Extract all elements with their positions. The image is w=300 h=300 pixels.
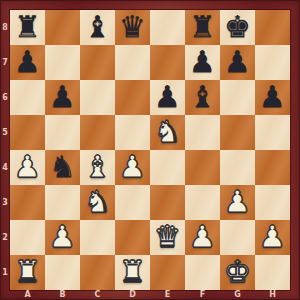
- square-f3[interactable]: [185, 185, 220, 220]
- square-b3[interactable]: [45, 185, 80, 220]
- square-d5[interactable]: [115, 115, 150, 150]
- square-a7[interactable]: ♟: [10, 45, 45, 80]
- square-c2[interactable]: [80, 220, 115, 255]
- square-g1[interactable]: ♚: [220, 255, 255, 290]
- square-h7[interactable]: [255, 45, 290, 80]
- piece-white-bishop[interactable]: ♝: [84, 150, 111, 184]
- square-d2[interactable]: [115, 220, 150, 255]
- piece-black-pawn[interactable]: ♟: [14, 45, 41, 79]
- square-c7[interactable]: [80, 45, 115, 80]
- square-d4[interactable]: ♟: [115, 150, 150, 185]
- square-d3[interactable]: [115, 185, 150, 220]
- square-a8[interactable]: ♜: [10, 10, 45, 45]
- square-g3[interactable]: ♟: [220, 185, 255, 220]
- piece-black-king[interactable]: ♚: [224, 10, 251, 44]
- piece-white-knight[interactable]: ♞: [84, 185, 111, 219]
- square-b1[interactable]: [45, 255, 80, 290]
- rank-label-5: 5: [0, 115, 10, 150]
- piece-black-bishop[interactable]: ♝: [189, 80, 216, 114]
- rank-label-3: 3: [0, 185, 10, 220]
- square-c3[interactable]: ♞: [80, 185, 115, 220]
- square-f8[interactable]: ♜: [185, 10, 220, 45]
- piece-white-knight[interactable]: ♞: [154, 115, 181, 149]
- square-e8[interactable]: [150, 10, 185, 45]
- square-b6[interactable]: ♟: [45, 80, 80, 115]
- square-c6[interactable]: [80, 80, 115, 115]
- file-label-e: E: [150, 290, 185, 300]
- piece-white-pawn[interactable]: ♟: [189, 220, 216, 254]
- square-h3[interactable]: [255, 185, 290, 220]
- square-f6[interactable]: ♝: [185, 80, 220, 115]
- square-f5[interactable]: [185, 115, 220, 150]
- piece-black-rook[interactable]: ♜: [14, 10, 41, 44]
- file-label-c: C: [80, 290, 115, 300]
- piece-white-queen[interactable]: ♛: [154, 220, 181, 254]
- square-e3[interactable]: [150, 185, 185, 220]
- square-d7[interactable]: [115, 45, 150, 80]
- square-d1[interactable]: ♜: [115, 255, 150, 290]
- piece-white-king[interactable]: ♚: [224, 255, 251, 289]
- piece-white-rook[interactable]: ♜: [14, 255, 41, 289]
- piece-white-pawn[interactable]: ♟: [259, 220, 286, 254]
- square-h2[interactable]: ♟: [255, 220, 290, 255]
- square-e2[interactable]: ♛: [150, 220, 185, 255]
- square-b8[interactable]: [45, 10, 80, 45]
- square-g8[interactable]: ♚: [220, 10, 255, 45]
- piece-black-pawn[interactable]: ♟: [259, 80, 286, 114]
- square-f1[interactable]: [185, 255, 220, 290]
- square-a2[interactable]: [10, 220, 45, 255]
- square-h8[interactable]: [255, 10, 290, 45]
- piece-white-pawn[interactable]: ♟: [14, 150, 41, 184]
- square-c4[interactable]: ♝: [80, 150, 115, 185]
- file-label-f: F: [185, 290, 220, 300]
- file-label-a: A: [10, 290, 45, 300]
- chess-board: ♜♝♛♜♚♟♟♟♟♟♝♟♞♟♞♝♟♞♟♟♛♟♟♜♜♚: [10, 10, 290, 290]
- square-e1[interactable]: [150, 255, 185, 290]
- square-g4[interactable]: [220, 150, 255, 185]
- square-b7[interactable]: [45, 45, 80, 80]
- chess-diagram: ♜♝♛♜♚♟♟♟♟♟♝♟♞♟♞♝♟♞♟♟♛♟♟♜♜♚ 87654321 ABCD…: [0, 0, 300, 300]
- piece-black-knight[interactable]: ♞: [49, 150, 76, 184]
- square-g2[interactable]: [220, 220, 255, 255]
- piece-black-rook[interactable]: ♜: [189, 10, 216, 44]
- file-label-d: D: [115, 290, 150, 300]
- square-c8[interactable]: ♝: [80, 10, 115, 45]
- rank-labels: 87654321: [0, 10, 10, 290]
- rank-label-8: 8: [0, 10, 10, 45]
- square-a6[interactable]: [10, 80, 45, 115]
- piece-black-pawn[interactable]: ♟: [224, 45, 251, 79]
- file-label-b: B: [45, 290, 80, 300]
- piece-white-pawn[interactable]: ♟: [224, 185, 251, 219]
- piece-black-queen[interactable]: ♛: [119, 10, 146, 44]
- file-label-h: H: [255, 290, 290, 300]
- square-a4[interactable]: ♟: [10, 150, 45, 185]
- square-h6[interactable]: ♟: [255, 80, 290, 115]
- square-b2[interactable]: ♟: [45, 220, 80, 255]
- rank-label-1: 1: [0, 255, 10, 290]
- square-a1[interactable]: ♜: [10, 255, 45, 290]
- rank-label-7: 7: [0, 45, 10, 80]
- rank-label-2: 2: [0, 220, 10, 255]
- square-b4[interactable]: ♞: [45, 150, 80, 185]
- piece-black-pawn[interactable]: ♟: [189, 45, 216, 79]
- square-e6[interactable]: ♟: [150, 80, 185, 115]
- piece-white-pawn[interactable]: ♟: [119, 150, 146, 184]
- file-labels: ABCDEFGH: [10, 290, 290, 300]
- rank-label-6: 6: [0, 80, 10, 115]
- square-g5[interactable]: [220, 115, 255, 150]
- piece-black-bishop[interactable]: ♝: [84, 10, 111, 44]
- square-g7[interactable]: ♟: [220, 45, 255, 80]
- square-h4[interactable]: [255, 150, 290, 185]
- piece-white-rook[interactable]: ♜: [119, 255, 146, 289]
- piece-black-pawn[interactable]: ♟: [154, 80, 181, 114]
- square-f4[interactable]: [185, 150, 220, 185]
- square-h1[interactable]: [255, 255, 290, 290]
- square-h5[interactable]: [255, 115, 290, 150]
- square-d8[interactable]: ♛: [115, 10, 150, 45]
- piece-black-pawn[interactable]: ♟: [49, 80, 76, 114]
- square-e5[interactable]: ♞: [150, 115, 185, 150]
- square-c1[interactable]: [80, 255, 115, 290]
- square-g6[interactable]: [220, 80, 255, 115]
- square-b5[interactable]: [45, 115, 80, 150]
- square-f7[interactable]: ♟: [185, 45, 220, 80]
- rank-label-4: 4: [0, 150, 10, 185]
- square-d6[interactable]: [115, 80, 150, 115]
- square-f2[interactable]: ♟: [185, 220, 220, 255]
- file-label-g: G: [220, 290, 255, 300]
- square-e7[interactable]: [150, 45, 185, 80]
- piece-white-pawn[interactable]: ♟: [49, 220, 76, 254]
- square-a3[interactable]: [10, 185, 45, 220]
- square-c5[interactable]: [80, 115, 115, 150]
- square-a5[interactable]: [10, 115, 45, 150]
- square-e4[interactable]: [150, 150, 185, 185]
